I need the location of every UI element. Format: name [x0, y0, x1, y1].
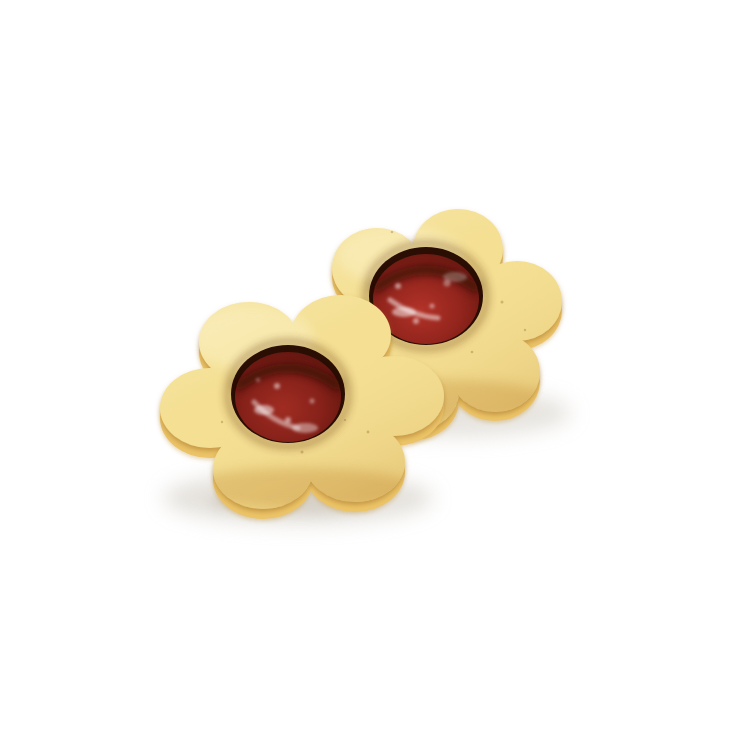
cookies-illustration	[0, 0, 730, 730]
cookies-photo	[0, 0, 730, 730]
front-cookie-jam-window	[228, 342, 348, 446]
